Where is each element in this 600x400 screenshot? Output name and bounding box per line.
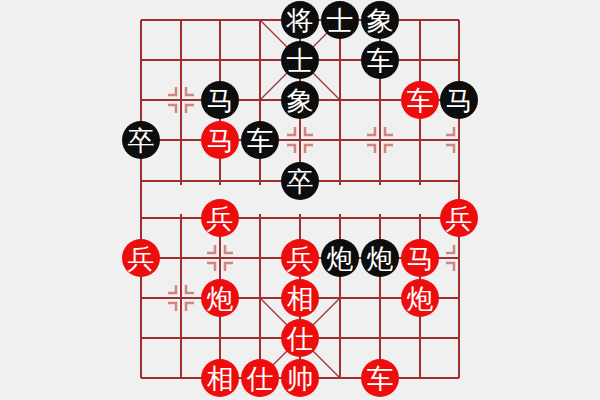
black-soldier[interactable]: 卒: [122, 121, 160, 159]
black-cannon[interactable]: 炮: [321, 239, 359, 277]
red-soldier[interactable]: 兵: [281, 239, 319, 277]
black-elephant[interactable]: 象: [281, 81, 319, 119]
red-chariot[interactable]: 车: [361, 359, 399, 397]
black-elephant[interactable]: 象: [361, 1, 399, 39]
red-general[interactable]: 帅: [281, 359, 319, 397]
red-soldier[interactable]: 兵: [122, 239, 160, 277]
xiangqi-board: 将士象士车马象车马卒马车卒兵兵兵兵炮炮马炮相炮仕相仕帅车: [0, 0, 600, 400]
red-elephant[interactable]: 相: [281, 279, 319, 317]
red-elephant[interactable]: 相: [201, 359, 239, 397]
red-horse[interactable]: 马: [401, 239, 439, 277]
red-cannon[interactable]: 炮: [201, 279, 239, 317]
black-general[interactable]: 将: [281, 1, 319, 39]
black-advisor[interactable]: 士: [321, 1, 359, 39]
black-chariot[interactable]: 车: [361, 41, 399, 79]
black-chariot[interactable]: 车: [241, 121, 279, 159]
black-horse[interactable]: 马: [440, 81, 478, 119]
black-soldier[interactable]: 卒: [281, 162, 319, 200]
red-horse[interactable]: 马: [201, 121, 239, 159]
red-cannon[interactable]: 炮: [401, 279, 439, 317]
red-soldier[interactable]: 兵: [201, 199, 239, 237]
red-advisor[interactable]: 仕: [281, 319, 319, 357]
red-advisor[interactable]: 仕: [241, 359, 279, 397]
red-soldier[interactable]: 兵: [440, 199, 478, 237]
red-chariot[interactable]: 车: [401, 81, 439, 119]
pieces-layer: 将士象士车马象车马卒马车卒兵兵兵兵炮炮马炮相炮仕相仕帅车: [0, 0, 600, 400]
black-cannon[interactable]: 炮: [361, 239, 399, 277]
black-advisor[interactable]: 士: [281, 41, 319, 79]
black-horse[interactable]: 马: [201, 81, 239, 119]
